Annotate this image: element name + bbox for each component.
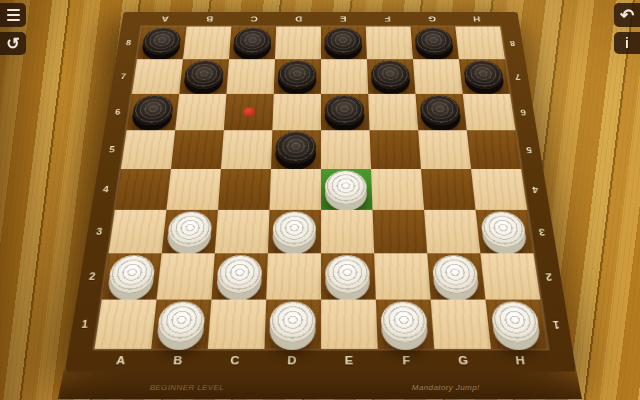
square-f3[interactable]: [372, 209, 427, 252]
square-h3[interactable]: [475, 209, 533, 252]
square-d1[interactable]: [263, 299, 320, 348]
menu-button[interactable]: [0, 3, 26, 27]
info-button[interactable]: i: [614, 32, 640, 54]
board: AABBCCDDEEFFGGHH8877665544332211: [64, 12, 575, 372]
row-label-right-4: 4: [531, 184, 538, 193]
col-label-bottom-c: C: [230, 354, 240, 366]
square-d5[interactable]: [270, 130, 320, 169]
col-label-top-b: B: [205, 15, 213, 23]
square-f6: [367, 93, 417, 129]
square-e3: [320, 209, 373, 252]
square-e2[interactable]: [320, 253, 375, 299]
col-label-bottom-e: E: [344, 354, 353, 366]
col-label-top-f: F: [384, 15, 390, 23]
black-piece-e6[interactable]: [324, 95, 364, 125]
square-f8: [365, 26, 412, 59]
white-piece-e4[interactable]: [325, 170, 367, 203]
row-label-left-8: 8: [125, 39, 131, 46]
white-piece-c2[interactable]: [216, 255, 262, 293]
col-label-top-a: A: [160, 15, 168, 23]
square-b5[interactable]: [170, 130, 223, 169]
square-c8[interactable]: [228, 26, 275, 59]
row-label-right-5: 5: [525, 145, 532, 153]
square-e8[interactable]: [320, 26, 366, 59]
square-h6: [462, 93, 515, 129]
white-piece-f1[interactable]: [380, 301, 428, 341]
board-front-face: BEGINNER LEVEL Mandatory Jump!: [58, 370, 582, 399]
col-label-bottom-d: D: [287, 354, 296, 366]
black-piece-d5[interactable]: [275, 132, 316, 164]
mandatory-jump-message: Mandatory Jump!: [412, 383, 480, 392]
square-d8: [274, 26, 320, 59]
square-b4: [165, 169, 220, 210]
black-piece-h7[interactable]: [462, 61, 504, 89]
white-piece-a2[interactable]: [107, 255, 156, 293]
row-label-right-7: 7: [514, 72, 520, 80]
square-c2[interactable]: [210, 253, 267, 299]
square-c3: [214, 209, 269, 252]
square-g4[interactable]: [420, 169, 475, 210]
square-g7: [412, 59, 462, 94]
white-piece-b3[interactable]: [166, 212, 212, 248]
square-c4[interactable]: [217, 169, 270, 210]
white-piece-e2[interactable]: [325, 255, 370, 293]
col-label-bottom-f: F: [401, 354, 409, 366]
col-label-top-e: E: [339, 15, 346, 23]
black-piece-b7[interactable]: [183, 61, 224, 89]
square-c7: [226, 59, 275, 94]
hamburger-icon: [7, 9, 20, 22]
square-a2[interactable]: [101, 253, 161, 299]
col-label-top-h: H: [472, 15, 480, 23]
black-piece-a8[interactable]: [141, 28, 182, 55]
black-piece-d7[interactable]: [277, 61, 316, 89]
square-h1[interactable]: [484, 299, 546, 348]
square-h8: [454, 26, 504, 59]
square-a8[interactable]: [136, 26, 186, 59]
square-e4[interactable]: [320, 169, 372, 210]
square-b2: [156, 253, 214, 299]
white-piece-h3[interactable]: [479, 212, 526, 248]
row-label-right-2: 2: [544, 271, 552, 281]
square-d3[interactable]: [267, 209, 320, 252]
square-a1: [94, 299, 156, 348]
col-label-bottom-a: A: [115, 354, 126, 366]
white-piece-h1[interactable]: [490, 301, 541, 341]
square-e5: [320, 130, 370, 169]
black-piece-f7[interactable]: [370, 61, 410, 89]
level-label: BEGINNER LEVEL: [150, 383, 225, 392]
square-f4: [370, 169, 423, 210]
square-a6[interactable]: [126, 93, 179, 129]
col-label-top-g: G: [427, 15, 435, 23]
square-h7[interactable]: [458, 59, 509, 94]
info-icon: i: [625, 35, 629, 51]
row-label-left-1: 1: [80, 318, 88, 329]
square-d6: [271, 93, 320, 129]
row-label-right-6: 6: [519, 107, 526, 115]
col-label-top-d: D: [294, 15, 301, 23]
undo-button[interactable]: ↶: [614, 3, 640, 27]
square-d2: [265, 253, 320, 299]
col-label-bottom-g: G: [457, 354, 468, 366]
square-g2[interactable]: [426, 253, 484, 299]
square-c6[interactable]: [223, 93, 273, 129]
undo-icon: ↶: [620, 5, 634, 26]
row-label-left-5: 5: [108, 145, 115, 153]
square-c1: [207, 299, 265, 348]
square-a5: [120, 130, 174, 169]
square-g8[interactable]: [410, 26, 458, 59]
square-f7[interactable]: [366, 59, 415, 94]
black-piece-g8[interactable]: [414, 28, 454, 55]
square-a3: [108, 209, 166, 252]
square-e1: [320, 299, 377, 348]
row-label-left-7: 7: [120, 72, 126, 80]
black-piece-e8[interactable]: [324, 28, 362, 55]
row-label-right-1: 1: [552, 318, 560, 329]
square-a4[interactable]: [114, 169, 170, 210]
black-piece-c8[interactable]: [232, 28, 271, 55]
col-label-top-c: C: [249, 15, 256, 23]
square-a7: [131, 59, 182, 94]
square-b3[interactable]: [161, 209, 217, 252]
row-label-left-3: 3: [95, 226, 102, 236]
square-b8: [182, 26, 230, 59]
rotate-button[interactable]: ↺: [0, 32, 26, 55]
square-h4: [470, 169, 526, 210]
square-h5[interactable]: [466, 130, 520, 169]
square-e7: [320, 59, 367, 94]
jump-target-marker[interactable]: [242, 107, 254, 116]
square-g5: [417, 130, 470, 169]
rotate-icon: ↺: [6, 34, 19, 53]
white-piece-b1[interactable]: [156, 301, 205, 341]
square-f1[interactable]: [375, 299, 433, 348]
square-b7[interactable]: [178, 59, 228, 94]
square-e6[interactable]: [320, 93, 369, 129]
square-d4: [268, 169, 320, 210]
square-f5[interactable]: [369, 130, 420, 169]
row-label-right-3: 3: [538, 226, 545, 236]
game-screen: AABBCCDDEEFFGGHH8877665544332211 BEGINNE…: [0, 0, 640, 400]
square-g3: [423, 209, 479, 252]
square-b1[interactable]: [150, 299, 210, 348]
square-g6[interactable]: [414, 93, 465, 129]
square-h2: [479, 253, 539, 299]
white-piece-d3[interactable]: [272, 212, 315, 248]
black-piece-a6[interactable]: [131, 95, 174, 125]
row-label-right-8: 8: [509, 39, 515, 46]
square-b6: [174, 93, 225, 129]
square-d7[interactable]: [273, 59, 320, 94]
square-c5: [220, 130, 271, 169]
black-piece-g6[interactable]: [419, 95, 461, 125]
col-label-bottom-b: B: [172, 354, 182, 366]
square-f2: [373, 253, 430, 299]
row-label-left-2: 2: [88, 271, 96, 281]
white-piece-g2[interactable]: [431, 255, 479, 293]
square-g1: [430, 299, 490, 348]
row-label-left-4: 4: [102, 184, 109, 193]
col-label-bottom-h: H: [514, 354, 525, 366]
white-piece-d1[interactable]: [269, 301, 315, 341]
row-label-left-6: 6: [114, 107, 121, 115]
